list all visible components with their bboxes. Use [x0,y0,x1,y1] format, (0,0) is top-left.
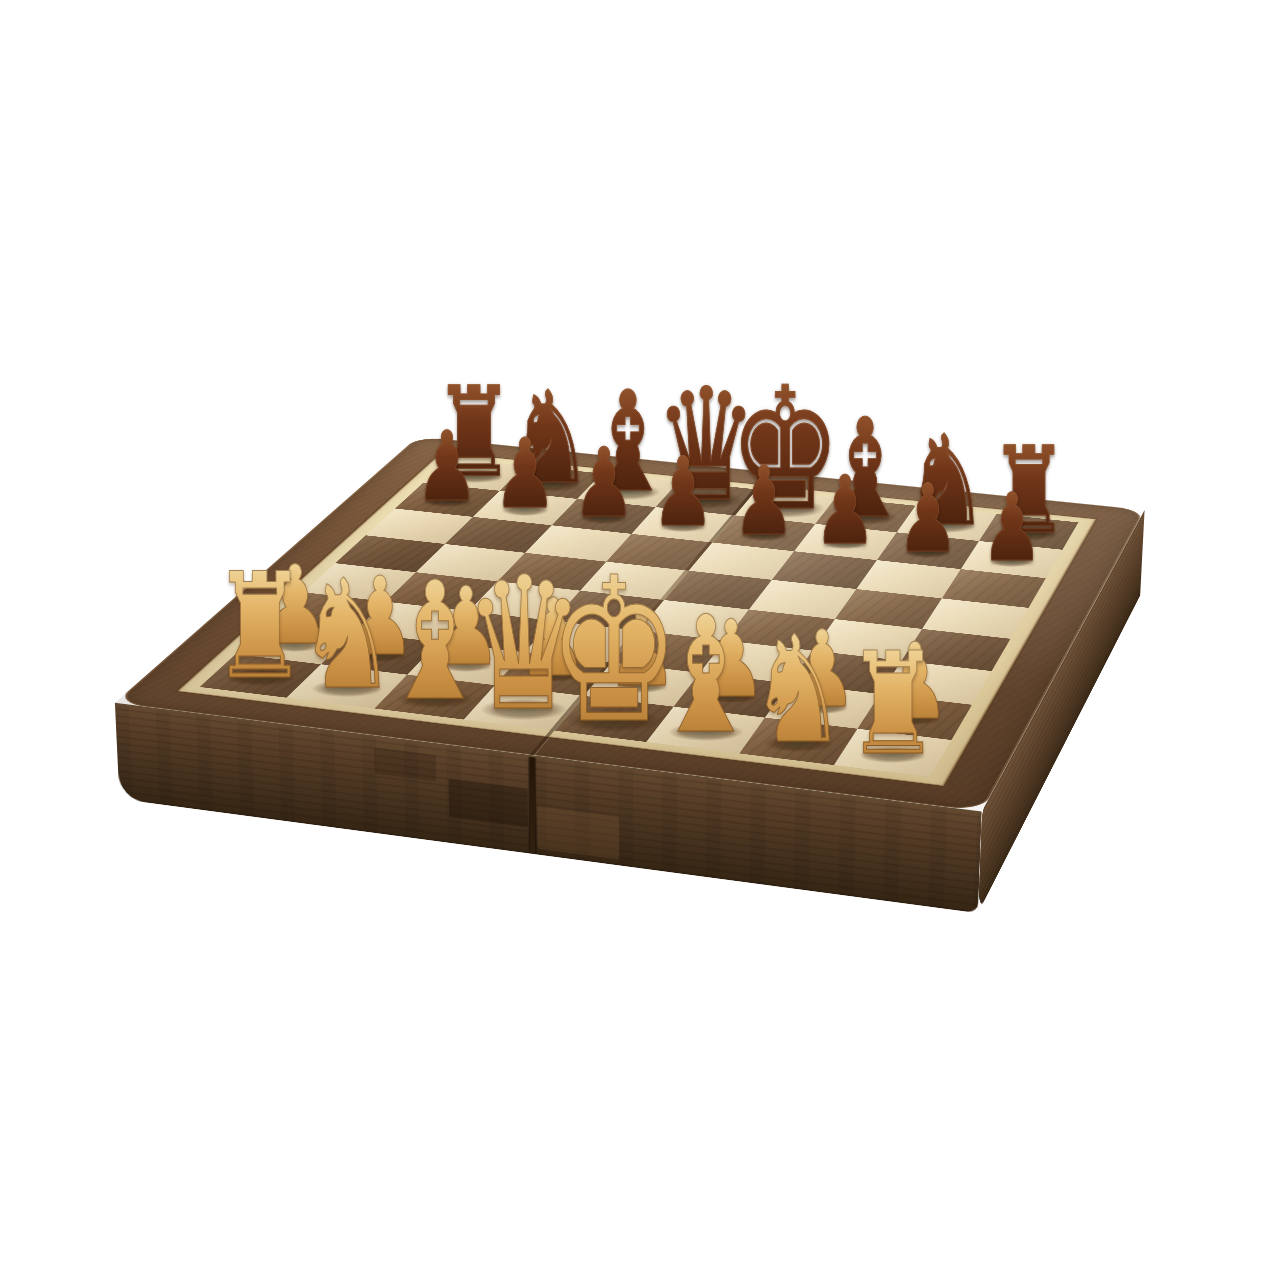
product-photo-stage: ♜♞♝♛♚♝♞♜♟♟♟♟♟♟♟♟♟♟♟♟♟♟♟♟♜♞♝♛♚♝♞♜ [0,0,1280,1280]
finger-joint [374,747,436,781]
square-h4[interactable] [901,629,1010,671]
square-g3[interactable] [789,651,901,694]
square-b3[interactable] [354,602,469,643]
square-a1[interactable] [200,654,321,698]
finger-joint [449,779,528,827]
finger-joint [537,806,619,859]
square-b2[interactable] [321,632,439,674]
square-d1[interactable] [464,685,584,730]
square-h3[interactable] [880,661,992,705]
square-g2[interactable] [765,683,880,728]
square-c1[interactable] [375,675,495,720]
folding-chess-board [115,436,1145,811]
square-d3[interactable] [525,621,639,663]
square-h5[interactable] [922,598,1028,638]
square-e2[interactable] [584,662,700,706]
square-f3[interactable] [700,640,813,683]
square-f1[interactable] [646,707,765,754]
square-c2[interactable] [407,642,524,685]
chess-set-scene [0,0,1280,1280]
square-h1[interactable] [834,729,951,777]
square-a2[interactable] [236,622,354,664]
square-e4[interactable] [638,600,749,640]
square-g1[interactable] [739,718,857,765]
hinge-seam-front [529,757,535,855]
square-b1[interactable] [286,664,407,708]
square-h2[interactable] [857,694,971,740]
square-f4[interactable] [725,610,835,651]
square-e3[interactable] [612,631,725,673]
square-c3[interactable] [439,611,553,652]
square-d2[interactable] [495,652,612,696]
square-f2[interactable] [674,673,790,718]
square-e1[interactable] [554,696,673,742]
square-g4[interactable] [813,619,923,661]
